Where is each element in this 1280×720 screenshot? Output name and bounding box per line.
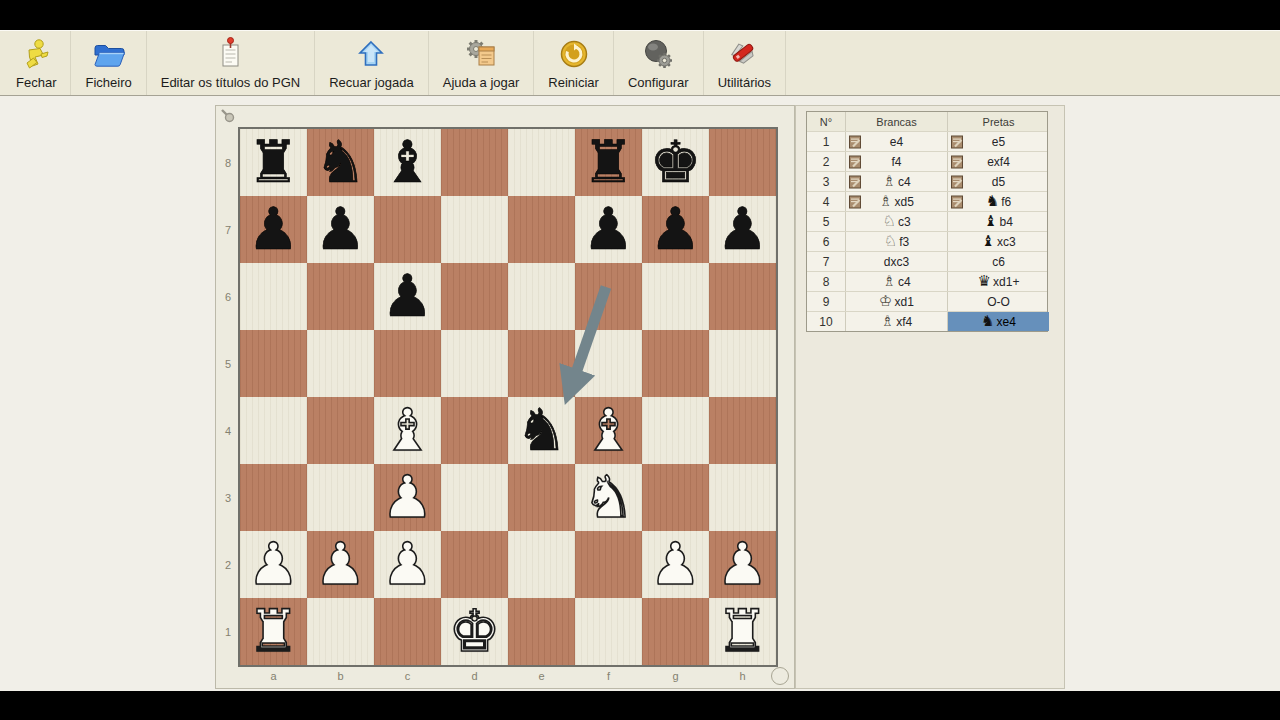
move-cell-white-3[interactable]: ♗c4 <box>845 172 947 191</box>
move-cell-white-10[interactable]: ♗xf4 <box>845 312 947 331</box>
white-king-icon: ♔ <box>879 294 892 309</box>
utilities-icon <box>726 36 762 72</box>
move-row-7: 7dxc3c6 <box>807 251 1047 271</box>
move-content: ♗xf4 <box>881 314 912 329</box>
move-cell-white-7[interactable]: dxc3 <box>845 252 947 271</box>
file-button[interactable]: Ficheiro <box>71 31 146 95</box>
move-content: e4 <box>890 135 903 149</box>
restart-button[interactable]: Reiniciar <box>534 31 614 95</box>
file-label-f: f <box>575 668 642 684</box>
move-text: e4 <box>890 135 903 149</box>
black-knight-icon: ♞ <box>981 314 994 329</box>
letterbox-top <box>0 0 1280 30</box>
comment-icon[interactable] <box>849 135 861 153</box>
square-h1[interactable]: ♜ <box>709 598 776 665</box>
black-pawn[interactable]: ♟ <box>583 196 635 263</box>
move-cell-black-4[interactable]: ♞f6 <box>947 192 1049 211</box>
square-b8[interactable]: ♞ <box>307 129 374 196</box>
edit-pgn-label: Editar os títulos do PGN <box>161 75 300 90</box>
black-pawn[interactable]: ♟ <box>315 196 367 263</box>
black-rook[interactable]: ♜ <box>248 129 300 196</box>
move-content: c6 <box>992 255 1005 269</box>
white-pawn[interactable]: ♟ <box>650 531 702 598</box>
move-cell-black-2[interactable]: exf4 <box>947 152 1049 171</box>
square-d7[interactable] <box>441 196 508 263</box>
black-bishop-icon: ♝ <box>981 234 994 249</box>
rank-label-4: 4 <box>221 397 235 464</box>
square-c2[interactable]: ♟ <box>374 531 441 598</box>
square-f3[interactable]: ♞ <box>575 464 642 531</box>
move-cell-black-7[interactable]: c6 <box>947 252 1049 271</box>
black-knight[interactable]: ♞ <box>315 129 367 196</box>
comment-icon[interactable] <box>951 135 963 153</box>
move-text: xd1+ <box>993 275 1019 289</box>
move-number: 5 <box>807 212 845 231</box>
rank-label-1: 1 <box>221 598 235 665</box>
rank-label-7: 7 <box>221 196 235 263</box>
move-cell-black-5[interactable]: ♝b4 <box>947 212 1049 231</box>
move-content: e5 <box>992 135 1005 149</box>
rank-label-5: 5 <box>221 330 235 397</box>
move-cell-black-10[interactable]: ♞xe4 <box>947 312 1049 331</box>
square-a8[interactable]: ♜ <box>240 129 307 196</box>
square-h3[interactable] <box>709 464 776 531</box>
file-label-b: b <box>307 668 374 684</box>
rank-label-6: 6 <box>221 263 235 330</box>
move-content: ♗xd5 <box>879 194 914 209</box>
moves-table-header: N° Brancas Pretas <box>807 112 1047 131</box>
square-c3[interactable]: ♟ <box>374 464 441 531</box>
square-f4[interactable]: ♝ <box>575 397 642 464</box>
move-text: xc3 <box>997 235 1016 249</box>
move-content: ♛xd1+ <box>978 274 1020 289</box>
board-frame: ♜♞♝♜♚♟♟♟♟♟♟♝♞♝♟♞♟♟♟♟♟♜♚♜ <box>238 127 778 667</box>
rank-labels: 87654321 <box>221 129 235 665</box>
move-content: ♞xe4 <box>981 314 1016 329</box>
black-pawn[interactable]: ♟ <box>382 263 434 330</box>
square-a4[interactable] <box>240 397 307 464</box>
square-c7[interactable] <box>374 196 441 263</box>
square-c6[interactable]: ♟ <box>374 263 441 330</box>
square-h5[interactable] <box>709 330 776 397</box>
square-f2[interactable] <box>575 531 642 598</box>
square-h4[interactable] <box>709 397 776 464</box>
white-bishop-icon: ♗ <box>882 274 895 289</box>
move-number: 2 <box>807 152 845 171</box>
moves-panel: N° Brancas Pretas 1e4e52f4exf43♗c4d54♗xd… <box>795 105 1065 689</box>
black-knight[interactable]: ♞ <box>516 397 568 464</box>
move-row-1: 1e4e5 <box>807 131 1047 151</box>
black-bishop-icon: ♝ <box>984 214 997 229</box>
white-knight-icon: ♘ <box>884 234 897 249</box>
move-row-4: 4♗xd5♞f6 <box>807 191 1047 211</box>
move-cell-black-9[interactable]: O-O <box>947 292 1049 311</box>
square-b7[interactable]: ♟ <box>307 196 374 263</box>
move-number: 3 <box>807 172 845 191</box>
file-label-e: e <box>508 668 575 684</box>
comment-icon[interactable] <box>849 175 861 193</box>
main-area: 87654321 abcdefgh ♜♞♝♜♚♟♟♟♟♟♟♝♞♝♟♞♟♟♟♟♟♜… <box>0 96 1280 691</box>
move-text: exf4 <box>987 155 1010 169</box>
comment-icon[interactable] <box>849 155 861 173</box>
square-a6[interactable] <box>240 263 307 330</box>
move-text: e5 <box>992 135 1005 149</box>
move-content: ♝xc3 <box>981 234 1015 249</box>
square-c5[interactable] <box>374 330 441 397</box>
close-icon <box>20 36 52 72</box>
application-window: Fechar Ficheiro <box>0 0 1280 720</box>
black-pawn[interactable]: ♟ <box>248 196 300 263</box>
square-b3[interactable] <box>307 464 374 531</box>
move-cell-white-5[interactable]: ♘c3 <box>845 212 947 231</box>
white-bishop-icon: ♗ <box>881 314 894 329</box>
move-text: dxc3 <box>884 255 909 269</box>
restart-label: Reiniciar <box>548 75 599 90</box>
move-content: ♘f3 <box>884 234 909 249</box>
square-e4[interactable]: ♞ <box>508 397 575 464</box>
square-a5[interactable] <box>240 330 307 397</box>
file-label-c: c <box>374 668 441 684</box>
file-label: Ficheiro <box>85 75 131 90</box>
square-a3[interactable] <box>240 464 307 531</box>
file-labels: abcdefgh <box>240 668 776 684</box>
move-content: f4 <box>891 155 901 169</box>
utilities-label: Utilitários <box>718 75 771 90</box>
comment-icon[interactable] <box>849 195 861 213</box>
play-help-icon <box>463 36 499 72</box>
configure-label: Configurar <box>628 75 689 90</box>
letterbox-bottom <box>0 691 1280 720</box>
rank-label-8: 8 <box>221 129 235 196</box>
move-number: 7 <box>807 252 845 271</box>
move-row-2: 2f4exf4 <box>807 151 1047 171</box>
square-a7[interactable]: ♟ <box>240 196 307 263</box>
move-text: f6 <box>1001 195 1011 209</box>
moves-table-body: 1e4e52f4exf43♗c4d54♗xd5♞f65♘c3♝b46♘f3♝xc… <box>807 131 1047 331</box>
square-g4[interactable] <box>642 397 709 464</box>
move-cell-white-6[interactable]: ♘f3 <box>845 232 947 251</box>
square-b5[interactable] <box>307 330 374 397</box>
square-e8[interactable] <box>508 129 575 196</box>
white-knight-icon: ♘ <box>882 214 895 229</box>
square-d5[interactable] <box>441 330 508 397</box>
square-d6[interactable] <box>441 263 508 330</box>
square-f7[interactable]: ♟ <box>575 196 642 263</box>
square-d8[interactable] <box>441 129 508 196</box>
square-g2[interactable]: ♟ <box>642 531 709 598</box>
file-label-h: h <box>709 668 776 684</box>
move-text: f4 <box>891 155 901 169</box>
comment-icon[interactable] <box>951 155 963 173</box>
rank-label-2: 2 <box>221 531 235 598</box>
move-text: c6 <box>992 255 1005 269</box>
comment-icon[interactable] <box>951 175 963 193</box>
square-e3[interactable] <box>508 464 575 531</box>
close-button[interactable]: Fechar <box>2 31 71 95</box>
square-b4[interactable] <box>307 397 374 464</box>
move-row-6: 6♘f3♝xc3 <box>807 231 1047 251</box>
square-f6[interactable] <box>575 263 642 330</box>
square-g1[interactable] <box>642 598 709 665</box>
configure-icon <box>641 36 675 72</box>
move-number: 8 <box>807 272 845 291</box>
move-text: xd1 <box>895 295 914 309</box>
play-help-button[interactable]: Ajuda a jogar <box>429 31 535 95</box>
move-cell-white-2[interactable]: f4 <box>845 152 947 171</box>
board-panel: 87654321 abcdefgh ♜♞♝♜♚♟♟♟♟♟♟♝♞♝♟♞♟♟♟♟♟♜… <box>215 105 795 689</box>
white-pawn[interactable]: ♟ <box>315 531 367 598</box>
move-content: ♝b4 <box>984 214 1013 229</box>
white-knight[interactable]: ♞ <box>583 464 635 531</box>
white-king[interactable]: ♚ <box>449 598 501 665</box>
move-text: d5 <box>992 175 1005 189</box>
move-cell-black-1[interactable]: e5 <box>947 132 1049 151</box>
move-row-10: 10♗xf4♞xe4 <box>807 311 1047 331</box>
square-g3[interactable] <box>642 464 709 531</box>
white-bishop-icon: ♗ <box>879 194 892 209</box>
move-cell-white-1[interactable]: e4 <box>845 132 947 151</box>
header-white: Brancas <box>845 112 947 131</box>
move-text: b4 <box>1000 215 1013 229</box>
square-e6[interactable] <box>508 263 575 330</box>
magnifier-icon[interactable] <box>220 108 236 128</box>
restart-icon <box>558 36 590 72</box>
move-cell-black-6[interactable]: ♝xc3 <box>947 232 1049 251</box>
close-label: Fechar <box>16 75 56 90</box>
square-c8[interactable]: ♝ <box>374 129 441 196</box>
move-cell-white-8[interactable]: ♗c4 <box>845 272 947 291</box>
square-b2[interactable]: ♟ <box>307 531 374 598</box>
move-row-3: 3♗c4d5 <box>807 171 1047 191</box>
move-number: 9 <box>807 292 845 311</box>
black-pawn[interactable]: ♟ <box>717 196 769 263</box>
square-g7[interactable]: ♟ <box>642 196 709 263</box>
utilities-button[interactable]: Utilitários <box>704 31 786 95</box>
white-bishop[interactable]: ♝ <box>583 397 635 464</box>
undo-move-icon <box>355 36 387 72</box>
move-row-9: 9♔xd1O-O <box>807 291 1047 311</box>
move-content: ♞f6 <box>986 194 1011 209</box>
header-black: Pretas <box>947 112 1049 131</box>
white-pawn[interactable]: ♟ <box>382 531 434 598</box>
move-content: exf4 <box>987 155 1010 169</box>
move-content: ♗c4 <box>882 174 910 189</box>
square-e7[interactable] <box>508 196 575 263</box>
square-h6[interactable] <box>709 263 776 330</box>
square-f8[interactable]: ♜ <box>575 129 642 196</box>
square-g8[interactable]: ♚ <box>642 129 709 196</box>
square-d4[interactable] <box>441 397 508 464</box>
square-f1[interactable] <box>575 598 642 665</box>
square-e5[interactable] <box>508 330 575 397</box>
edit-pgn-icon <box>215 36 245 72</box>
square-h8[interactable] <box>709 129 776 196</box>
square-c1[interactable] <box>374 598 441 665</box>
black-queen-icon: ♛ <box>978 274 991 289</box>
square-e2[interactable] <box>508 531 575 598</box>
black-pawn[interactable]: ♟ <box>650 196 702 263</box>
comment-icon[interactable] <box>951 195 963 213</box>
file-label-d: d <box>441 668 508 684</box>
square-h2[interactable]: ♟ <box>709 531 776 598</box>
white-rook[interactable]: ♜ <box>248 598 300 665</box>
black-bishop[interactable]: ♝ <box>382 129 434 196</box>
move-cell-black-8[interactable]: ♛xd1+ <box>947 272 1049 291</box>
move-number: 1 <box>807 132 845 151</box>
square-g6[interactable] <box>642 263 709 330</box>
square-a2[interactable]: ♟ <box>240 531 307 598</box>
chess-board: ♜♞♝♜♚♟♟♟♟♟♟♝♞♝♟♞♟♟♟♟♟♜♚♜ <box>240 129 776 665</box>
move-text: xf4 <box>896 315 912 329</box>
white-pawn[interactable]: ♟ <box>717 531 769 598</box>
toolbar: Fechar Ficheiro <box>0 30 1280 96</box>
move-content: d5 <box>992 175 1005 189</box>
file-label-g: g <box>642 668 709 684</box>
square-f5[interactable] <box>575 330 642 397</box>
move-row-8: 8♗c4♛xd1+ <box>807 271 1047 291</box>
move-content: O-O <box>987 295 1010 309</box>
square-e1[interactable] <box>508 598 575 665</box>
square-d2[interactable] <box>441 531 508 598</box>
move-content: ♔xd1 <box>879 294 914 309</box>
move-number: 6 <box>807 232 845 251</box>
white-pawn[interactable]: ♟ <box>382 464 434 531</box>
edit-pgn-button[interactable]: Editar os títulos do PGN <box>147 31 315 95</box>
configure-button[interactable]: Configurar <box>614 31 704 95</box>
square-h7[interactable]: ♟ <box>709 196 776 263</box>
header-move-number: N° <box>807 112 845 131</box>
move-content: dxc3 <box>884 255 909 269</box>
square-c4[interactable]: ♝ <box>374 397 441 464</box>
move-cell-white-4[interactable]: ♗xd5 <box>845 192 947 211</box>
black-rook[interactable]: ♜ <box>583 129 635 196</box>
resize-circle[interactable] <box>771 667 789 685</box>
move-row-5: 5♘c3♝b4 <box>807 211 1047 231</box>
square-b6[interactable] <box>307 263 374 330</box>
white-pawn[interactable]: ♟ <box>248 531 300 598</box>
square-d3[interactable] <box>441 464 508 531</box>
move-number: 10 <box>807 312 845 331</box>
move-text: O-O <box>987 295 1010 309</box>
move-cell-black-3[interactable]: d5 <box>947 172 1049 191</box>
move-number: 4 <box>807 192 845 211</box>
file-label-a: a <box>240 668 307 684</box>
black-knight-icon: ♞ <box>986 194 999 209</box>
play-help-label: Ajuda a jogar <box>443 75 520 90</box>
white-bishop[interactable]: ♝ <box>382 397 434 464</box>
square-b1[interactable] <box>307 598 374 665</box>
move-content: ♘c3 <box>882 214 910 229</box>
move-text: c3 <box>898 215 911 229</box>
white-bishop-icon: ♗ <box>882 174 895 189</box>
file-icon <box>91 36 127 72</box>
square-g5[interactable] <box>642 330 709 397</box>
move-cell-white-9[interactable]: ♔xd1 <box>845 292 947 311</box>
white-rook[interactable]: ♜ <box>717 598 769 665</box>
undo-move-button[interactable]: Recuar jogada <box>315 31 429 95</box>
undo-move-label: Recuar jogada <box>329 75 414 90</box>
move-text: f3 <box>899 235 909 249</box>
black-king[interactable]: ♚ <box>650 129 702 196</box>
rank-label-3: 3 <box>221 464 235 531</box>
square-d1[interactable]: ♚ <box>441 598 508 665</box>
move-text: xd5 <box>895 195 914 209</box>
move-text: xe4 <box>997 315 1016 329</box>
square-a1[interactable]: ♜ <box>240 598 307 665</box>
move-text: c4 <box>898 175 911 189</box>
moves-table: N° Brancas Pretas 1e4e52f4exf43♗c4d54♗xd… <box>806 111 1048 332</box>
move-content: ♗c4 <box>882 274 910 289</box>
move-text: c4 <box>898 275 911 289</box>
